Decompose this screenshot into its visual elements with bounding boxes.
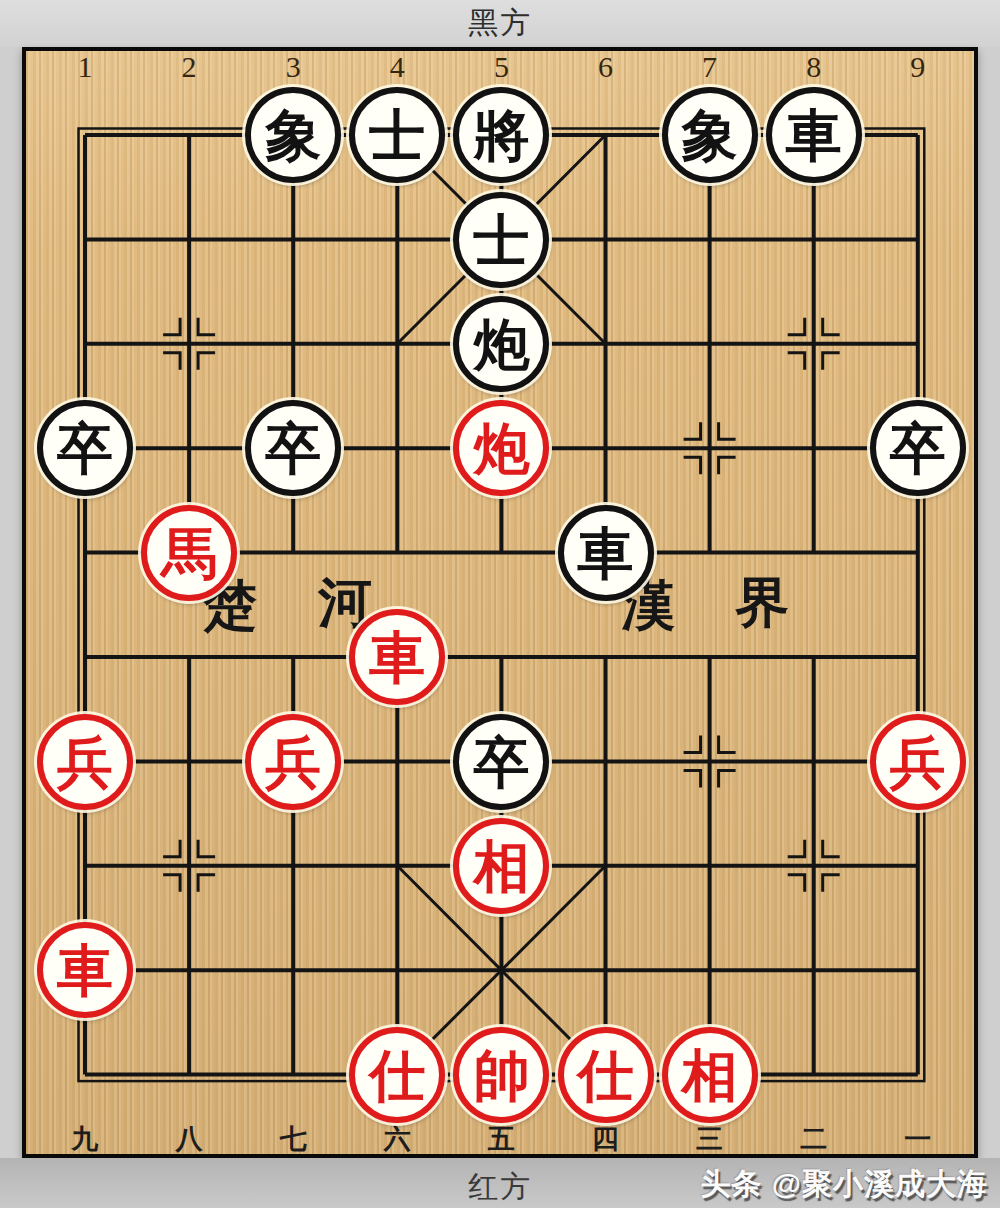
piece-black-chariot[interactable]: 車 — [766, 87, 862, 183]
piece-glyph: 兵 — [265, 735, 321, 791]
black-side-label: 黑方 — [468, 3, 532, 44]
piece-red-advisor[interactable]: 仕 — [349, 1027, 445, 1123]
piece-red-soldier[interactable]: 兵 — [37, 714, 133, 810]
piece-black-elephant[interactable]: 象 — [245, 87, 341, 183]
piece-glyph: 卒 — [57, 421, 113, 477]
piece-black-chariot[interactable]: 車 — [558, 505, 654, 601]
piece-black-soldier[interactable]: 卒 — [870, 400, 966, 496]
piece-black-soldier[interactable]: 卒 — [37, 400, 133, 496]
piece-layer: 象士將象車士炮卒卒炮卒馬車車兵兵卒兵相車仕帥仕相 — [33, 83, 970, 1127]
piece-glyph: 將 — [473, 108, 529, 164]
piece-glyph: 馬 — [161, 526, 217, 582]
piece-glyph: 士 — [473, 213, 529, 269]
file-label-top: 1 — [78, 50, 93, 84]
piece-glyph: 卒 — [890, 421, 946, 477]
piece-glyph: 卒 — [265, 421, 321, 477]
piece-black-elephant[interactable]: 象 — [662, 87, 758, 183]
piece-red-chariot[interactable]: 車 — [37, 922, 133, 1018]
piece-red-elephant[interactable]: 相 — [453, 818, 549, 914]
piece-black-general[interactable]: 將 — [453, 87, 549, 183]
piece-glyph: 帥 — [473, 1048, 529, 1104]
piece-red-advisor[interactable]: 仕 — [558, 1027, 654, 1123]
piece-red-soldier[interactable]: 兵 — [870, 714, 966, 810]
piece-glyph: 象 — [265, 108, 321, 164]
piece-black-advisor[interactable]: 士 — [349, 87, 445, 183]
piece-glyph: 相 — [682, 1048, 738, 1104]
watermark-text: 头条 @聚小溪成大海 — [700, 1164, 988, 1205]
piece-glyph: 車 — [369, 630, 425, 686]
piece-red-chariot[interactable]: 車 — [349, 609, 445, 705]
file-label-top: 4 — [390, 50, 405, 84]
piece-glyph: 士 — [369, 108, 425, 164]
piece-glyph: 炮 — [473, 317, 529, 373]
piece-glyph: 炮 — [473, 421, 529, 477]
piece-glyph: 車 — [786, 108, 842, 164]
file-label-top: 5 — [494, 50, 509, 84]
file-label-top: 8 — [806, 50, 821, 84]
bottom-side-banner: 红方 头条 @聚小溪成大海 — [0, 1158, 1000, 1208]
piece-glyph: 車 — [578, 526, 634, 582]
piece-glyph: 仕 — [578, 1048, 634, 1104]
file-label-top: 6 — [598, 50, 613, 84]
piece-red-soldier[interactable]: 兵 — [245, 714, 341, 810]
piece-red-horse[interactable]: 馬 — [141, 505, 237, 601]
piece-black-cannon[interactable]: 炮 — [453, 296, 549, 392]
piece-glyph: 象 — [682, 108, 738, 164]
piece-glyph: 卒 — [473, 735, 529, 791]
piece-glyph: 仕 — [369, 1048, 425, 1104]
piece-black-soldier[interactable]: 卒 — [453, 714, 549, 810]
top-side-banner: 黑方 — [0, 0, 1000, 47]
file-label-top: 3 — [286, 50, 301, 84]
piece-red-cannon[interactable]: 炮 — [453, 400, 549, 496]
file-label-top: 9 — [910, 50, 925, 84]
piece-glyph: 兵 — [890, 735, 946, 791]
piece-red-general[interactable]: 帥 — [453, 1027, 549, 1123]
piece-glyph: 兵 — [57, 735, 113, 791]
file-label-top: 2 — [182, 50, 197, 84]
piece-red-elephant[interactable]: 相 — [662, 1027, 758, 1123]
piece-black-soldier[interactable]: 卒 — [245, 400, 341, 496]
piece-glyph: 相 — [473, 839, 529, 895]
file-label-top: 7 — [702, 50, 717, 84]
piece-black-advisor[interactable]: 士 — [453, 192, 549, 288]
piece-glyph: 車 — [57, 943, 113, 999]
